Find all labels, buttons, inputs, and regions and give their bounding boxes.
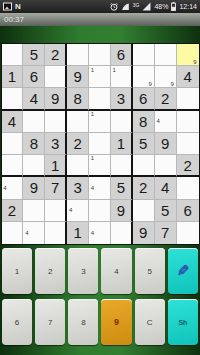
cell-value: 2 (73, 136, 81, 151)
cell-value: 7 (51, 180, 59, 195)
cell-r5c6[interactable]: 1 (111, 133, 133, 155)
cell-r6c6[interactable] (111, 155, 133, 177)
cell-r4c1[interactable]: 4 (2, 111, 24, 133)
cell-r8c7[interactable] (133, 200, 155, 222)
cell-r9c7[interactable]: 9 (133, 222, 155, 244)
keypad-row: 12345✎ (2, 248, 198, 294)
cell-r9c4[interactable]: 1 (67, 222, 89, 244)
cell-value: 2 (139, 180, 147, 195)
cell-r1c3[interactable]: 2 (45, 44, 67, 66)
cell-r9c9[interactable] (177, 222, 199, 244)
cell-r7c3[interactable]: 7 (45, 177, 67, 199)
cell-value: 9 (139, 225, 147, 240)
cell-value: 9 (30, 180, 38, 195)
cell-r5c4[interactable]: 2 (67, 133, 89, 155)
nfc-icon: N (15, 2, 21, 11)
key-6[interactable]: 6 (2, 299, 32, 345)
cell-r7c6[interactable]: 5 (111, 177, 133, 199)
pencil-mark: 4 (89, 184, 96, 191)
cell-value: 4 (183, 69, 191, 84)
cell-r3c5[interactable] (89, 88, 111, 110)
pencil-mark: 1 (89, 155, 96, 162)
pencil-mark: 1 (111, 66, 118, 73)
cell-r6c9[interactable]: 2 (177, 155, 199, 177)
keypad-row: 6789CSh (2, 299, 198, 345)
cell-r1c2[interactable]: 5 (23, 44, 45, 66)
key-8[interactable]: 8 (68, 299, 98, 345)
cell-value: 2 (183, 158, 191, 173)
cell-r8c5[interactable] (89, 200, 111, 222)
cell-value: 1 (117, 136, 125, 151)
cell-r2c9[interactable]: 4 (177, 66, 199, 88)
cell-r3c8[interactable]: 2 (155, 88, 177, 110)
cell-r2c5[interactable]: 1 (89, 66, 111, 88)
cell-r4c8[interactable]: 4 (155, 111, 177, 133)
cell-value: 1 (51, 158, 59, 173)
pencil-grid: 4 (89, 177, 110, 198)
cell-value: 9 (161, 136, 169, 151)
signal-icon (142, 2, 151, 11)
cell-value: 4 (161, 180, 169, 195)
cell-value: 3 (117, 91, 125, 106)
cell-r6c2[interactable] (23, 155, 45, 177)
pencil-grid: 4 (2, 177, 23, 198)
key-1[interactable]: 1 (2, 248, 32, 294)
cell-r6c5[interactable]: 1 (89, 155, 111, 177)
key-7[interactable]: 7 (35, 299, 65, 345)
cell-r3c1[interactable] (2, 88, 24, 110)
cell-value: 5 (161, 203, 169, 218)
cell-r7c2[interactable]: 9 (23, 177, 45, 199)
alarm-icon (110, 3, 118, 11)
pencil-mark: 9 (147, 80, 154, 87)
pencil-mark: 4 (23, 229, 30, 236)
cell-r7c5[interactable]: 4 (89, 177, 111, 199)
cell-value: 5 (30, 47, 38, 62)
pencil-mark: 9 (191, 58, 198, 65)
cell-r2c4[interactable]: 9 (67, 66, 89, 88)
cell-r6c3[interactable]: 1 (45, 155, 67, 177)
pencil-mark: 4 (89, 229, 96, 236)
cell-value: 8 (73, 91, 81, 106)
battery-percent-label: 48% (154, 3, 168, 10)
cell-r2c2[interactable]: 6 (23, 66, 45, 88)
cell-value: 2 (161, 91, 169, 106)
cell-value: 5 (117, 180, 125, 195)
cell-value: 3 (73, 180, 81, 195)
screenshot-icon (3, 2, 12, 11)
key-2[interactable]: 2 (35, 248, 65, 294)
cell-r5c9[interactable] (177, 133, 199, 155)
cell-value: 1 (73, 225, 81, 240)
cell-r7c7[interactable]: 2 (133, 177, 155, 199)
wifi-icon (121, 3, 130, 11)
key-5[interactable]: 5 (135, 248, 165, 294)
cell-r5c3[interactable]: 3 (45, 133, 67, 155)
key-clear[interactable]: C (135, 299, 165, 345)
network-type-label: 3G (133, 2, 140, 8)
cell-value: 9 (73, 69, 81, 84)
cell-r5c8[interactable]: 9 (155, 133, 177, 155)
cell-value: 3 (51, 136, 59, 151)
cell-r7c4[interactable]: 3 (67, 177, 89, 199)
battery-icon (171, 2, 176, 11)
pencil-grid: 9 (133, 66, 154, 87)
pencil-grid: 1 (89, 111, 110, 132)
cell-r1c1[interactable] (2, 44, 24, 66)
cell-r7c9[interactable] (177, 177, 199, 199)
cell-value: 8 (30, 136, 38, 151)
pencil-icon: ✎ (177, 262, 190, 280)
elapsed-time-label: 00:37 (4, 15, 24, 24)
pencil-mark: 4 (2, 184, 9, 191)
pencil-grid: 9 (155, 66, 176, 87)
cell-r9c8[interactable]: 7 (155, 222, 177, 244)
cell-r4c2[interactable] (23, 111, 45, 133)
cell-r8c6[interactable]: 9 (111, 200, 133, 222)
cell-value: 6 (139, 91, 147, 106)
cell-r5c1[interactable] (2, 133, 24, 155)
cell-r8c4[interactable]: 4 (67, 200, 89, 222)
cell-r6c8[interactable] (155, 155, 177, 177)
cell-r8c1[interactable]: 2 (2, 200, 24, 222)
pencil-grid: 4 (155, 111, 176, 132)
cell-r6c1[interactable] (2, 155, 24, 177)
cell-r8c3[interactable] (45, 200, 67, 222)
cell-r4c3[interactable] (45, 111, 67, 133)
pencil-grid: 1 (89, 155, 110, 175)
sudoku-board: 5269169119944983624184832159112497345242… (1, 43, 200, 245)
cell-r1c7[interactable] (133, 44, 155, 66)
pencil-mark: 4 (155, 118, 162, 125)
cell-r1c5[interactable] (89, 44, 111, 66)
cell-r1c9[interactable]: 9 (177, 44, 199, 66)
cell-r5c5[interactable] (89, 133, 111, 155)
cell-value: 6 (117, 47, 125, 62)
pencil-mark: 1 (89, 66, 96, 73)
cell-r9c5[interactable]: 4 (89, 222, 111, 244)
pencil-grid: 9 (177, 44, 199, 65)
key-show[interactable]: Sh (168, 299, 198, 345)
cell-value: 9 (51, 91, 59, 106)
game-area: 5269169119944983624184832159112497345242… (0, 26, 200, 355)
pencil-mark: 1 (89, 111, 96, 118)
cell-r9c2[interactable]: 4 (23, 222, 45, 244)
cell-r5c7[interactable]: 5 (133, 133, 155, 155)
phone-screen: N 3G 48% 12:14 (0, 0, 200, 355)
cell-r1c6[interactable]: 6 (111, 44, 133, 66)
digit-keypad: 12345✎6789CSh (2, 248, 198, 345)
cell-r3c4[interactable]: 8 (67, 88, 89, 110)
key-pencil-toggle[interactable]: ✎ (168, 248, 198, 294)
cell-value: 5 (139, 136, 147, 151)
cell-r2c1[interactable]: 1 (2, 66, 24, 88)
cell-r8c2[interactable] (23, 200, 45, 222)
cell-r7c8[interactable]: 4 (155, 177, 177, 199)
key-3[interactable]: 3 (68, 248, 98, 294)
cell-value: 6 (30, 69, 38, 84)
pencil-grid: 1 (111, 66, 131, 87)
key-9[interactable]: 9 (101, 299, 131, 345)
cell-r2c8[interactable]: 9 (155, 66, 177, 88)
cell-r4c9[interactable] (177, 111, 199, 133)
cell-r8c8[interactable]: 5 (155, 200, 177, 222)
cell-r9c3[interactable] (45, 222, 67, 244)
pencil-grid: 1 (89, 66, 110, 87)
cell-r3c6[interactable]: 3 (111, 88, 133, 110)
cell-r3c7[interactable]: 6 (133, 88, 155, 110)
cell-r9c6[interactable] (111, 222, 133, 244)
pencil-mark: 4 (67, 207, 74, 214)
cell-r4c5[interactable]: 1 (89, 111, 111, 133)
cell-value: 1 (8, 69, 16, 84)
cell-r8c9[interactable]: 6 (177, 200, 199, 222)
cell-r9c1[interactable] (2, 222, 24, 244)
cell-value: 4 (30, 91, 38, 106)
cell-r1c4[interactable] (67, 44, 89, 66)
clock-label: 12:14 (179, 3, 197, 10)
pencil-grid: 4 (67, 200, 88, 221)
cell-value: 2 (8, 203, 16, 218)
pencil-grid: 4 (23, 222, 44, 244)
pencil-grid: 4 (89, 222, 110, 244)
cell-r2c7[interactable]: 9 (133, 66, 155, 88)
cell-r6c7[interactable] (133, 155, 155, 177)
cell-r3c2[interactable]: 4 (23, 88, 45, 110)
cell-value: 7 (161, 225, 169, 240)
pencil-mark: 9 (169, 80, 176, 87)
cell-r3c9[interactable] (177, 88, 199, 110)
key-4[interactable]: 4 (101, 248, 131, 294)
timer-bar: 00:37 (0, 13, 200, 26)
cell-value: 6 (183, 203, 191, 218)
cell-r2c3[interactable] (45, 66, 67, 88)
cell-r3c3[interactable]: 9 (45, 88, 67, 110)
cell-r4c4[interactable] (67, 111, 89, 133)
cell-r1c8[interactable] (155, 44, 177, 66)
cell-value: 9 (117, 203, 125, 218)
cell-r5c2[interactable]: 8 (23, 133, 45, 155)
cell-value: 4 (8, 114, 16, 129)
cell-r6c4[interactable] (67, 155, 89, 177)
cell-r7c1[interactable]: 4 (2, 177, 24, 199)
status-bar: N 3G 48% 12:14 (0, 0, 200, 13)
cell-value: 2 (51, 47, 59, 62)
cell-r4c7[interactable]: 8 (133, 111, 155, 133)
cell-value: 8 (139, 114, 147, 129)
cell-r4c6[interactable] (111, 111, 133, 133)
cell-r2c6[interactable]: 1 (111, 66, 133, 88)
